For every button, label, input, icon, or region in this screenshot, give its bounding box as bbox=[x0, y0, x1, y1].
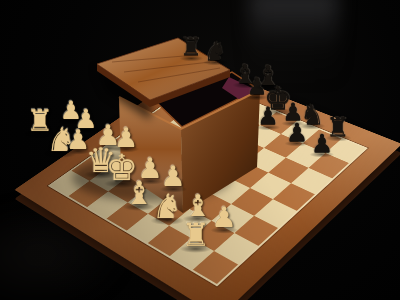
pieces-layer: ♜♞♟♟♟♟♛♟♚♟♝♟♞♝♜♟♜♞♝♟♝♚♟♞♟♟♜♟ bbox=[0, 0, 400, 300]
black-pawn-piece: ♟ bbox=[286, 120, 308, 145]
white-knight-piece: ♞ bbox=[152, 189, 182, 223]
black-pawn-piece: ♟ bbox=[311, 131, 333, 156]
chess-set-photo-scene: ♜♞♟♟♟♟♛♟♚♟♝♟♞♝♜♟♜♞♝♟♝♚♟♞♟♟♜♟ bbox=[0, 0, 400, 300]
white-bishop-piece: ♝ bbox=[125, 177, 154, 209]
white-pawn-piece: ♟ bbox=[211, 204, 236, 232]
black-rook-piece: ♜ bbox=[180, 35, 202, 59]
white-rook-piece: ♜ bbox=[182, 219, 211, 251]
black-pawn-piece: ♟ bbox=[257, 104, 279, 128]
black-knight-piece: ♞ bbox=[204, 39, 226, 64]
